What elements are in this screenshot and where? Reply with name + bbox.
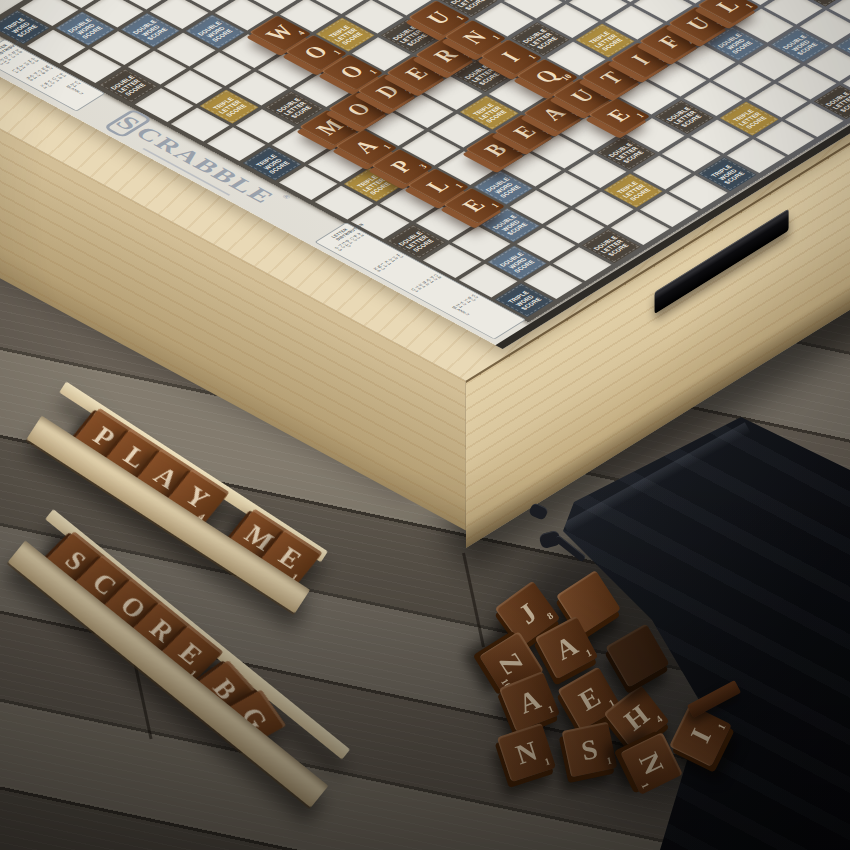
scrabble-tile-S: S1: [561, 721, 617, 777]
tile-letter: S: [561, 721, 617, 777]
scene: TRIPLEWORDSCOREDOUBLELETTERSCORETRIPLEWO…: [0, 0, 850, 850]
logo-registered-mark: ®: [280, 193, 292, 200]
